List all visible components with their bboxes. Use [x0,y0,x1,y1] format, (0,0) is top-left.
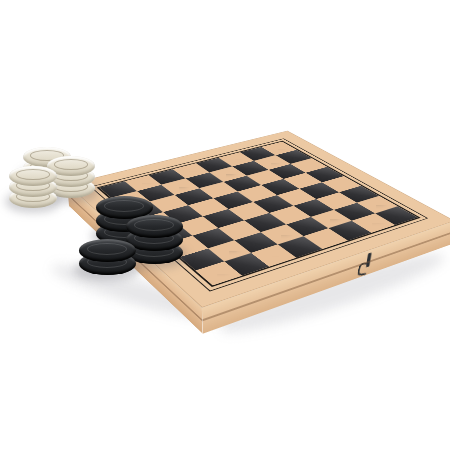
white-checkers-stack-3 [9,166,57,208]
white-checker-disc [9,166,57,186]
black-checker-disc [126,215,183,238]
black-checker-disc [79,239,136,262]
product-photo: ♜♟♟♜♞♟♟♞♝♟♟♝♚♟♟♚♛♟♟♛♝♟♟♝♞♟♟♞♜♟♟♜ [0,0,450,450]
metal-clasp-icon [356,252,373,277]
square-a8: ♜ [196,262,242,286]
clasp-hook [357,262,369,276]
black-checkers-stack-3 [79,239,136,275]
black-rook-glyph: ♜ [175,226,259,277]
